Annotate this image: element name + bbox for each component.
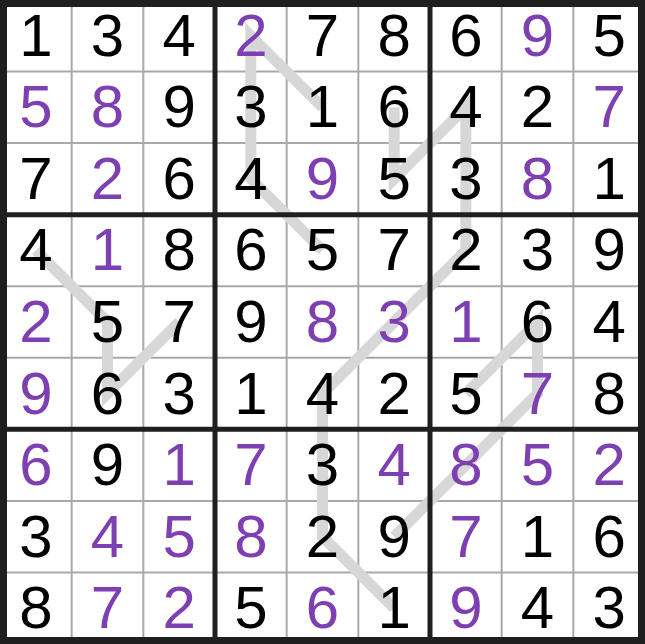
- cell-r7c2[interactable]: 9: [72, 429, 144, 501]
- cell-r8c5[interactable]: 2: [287, 501, 359, 573]
- cell-r4c2[interactable]: 1: [72, 215, 144, 287]
- cell-r4c6[interactable]: 7: [358, 215, 430, 287]
- cell-r4c3[interactable]: 8: [143, 215, 215, 287]
- cell-r8c7[interactable]: 7: [430, 501, 502, 573]
- cell-r2c7[interactable]: 4: [430, 72, 502, 144]
- cell-r2c3[interactable]: 9: [143, 72, 215, 144]
- cell-r6c7[interactable]: 5: [430, 358, 502, 430]
- cell-r8c1[interactable]: 3: [0, 501, 72, 573]
- cell-r3c9[interactable]: 1: [573, 143, 645, 215]
- cell-r3c4[interactable]: 4: [215, 143, 287, 215]
- cell-r7c9[interactable]: 2: [573, 429, 645, 501]
- cell-r3c2[interactable]: 2: [72, 143, 144, 215]
- cell-r4c9[interactable]: 9: [573, 215, 645, 287]
- cell-r7c1[interactable]: 6: [0, 429, 72, 501]
- cell-r1c2[interactable]: 3: [72, 0, 144, 72]
- cell-r4c4[interactable]: 6: [215, 215, 287, 287]
- cell-r2c9[interactable]: 7: [573, 72, 645, 144]
- cell-r1c3[interactable]: 4: [143, 0, 215, 72]
- sudoku-cells-grid: 1342786955893164277264953814186572392579…: [0, 0, 645, 644]
- cell-r6c4[interactable]: 1: [215, 358, 287, 430]
- cell-r5c8[interactable]: 6: [502, 286, 574, 358]
- cell-r1c1[interactable]: 1: [0, 0, 72, 72]
- cell-r3c1[interactable]: 7: [0, 143, 72, 215]
- cell-r9c3[interactable]: 2: [143, 572, 215, 644]
- cell-r5c3[interactable]: 7: [143, 286, 215, 358]
- cell-r5c6[interactable]: 3: [358, 286, 430, 358]
- cell-r7c5[interactable]: 3: [287, 429, 359, 501]
- cell-r5c2[interactable]: 5: [72, 286, 144, 358]
- cell-r3c8[interactable]: 8: [502, 143, 574, 215]
- cell-r5c7[interactable]: 1: [430, 286, 502, 358]
- cell-r6c3[interactable]: 3: [143, 358, 215, 430]
- cell-r7c6[interactable]: 4: [358, 429, 430, 501]
- cell-r7c3[interactable]: 1: [143, 429, 215, 501]
- cell-r5c1[interactable]: 2: [0, 286, 72, 358]
- cell-r2c8[interactable]: 2: [502, 72, 574, 144]
- cell-r1c8[interactable]: 9: [502, 0, 574, 72]
- cell-r9c1[interactable]: 8: [0, 572, 72, 644]
- cell-r2c2[interactable]: 8: [72, 72, 144, 144]
- cell-r9c5[interactable]: 6: [287, 572, 359, 644]
- cell-r5c5[interactable]: 8: [287, 286, 359, 358]
- cell-r8c9[interactable]: 6: [573, 501, 645, 573]
- cell-r8c8[interactable]: 1: [502, 501, 574, 573]
- cell-r1c9[interactable]: 5: [573, 0, 645, 72]
- cell-r7c7[interactable]: 8: [430, 429, 502, 501]
- cell-r3c7[interactable]: 3: [430, 143, 502, 215]
- cell-r2c6[interactable]: 6: [358, 72, 430, 144]
- cell-r1c6[interactable]: 8: [358, 0, 430, 72]
- cell-r2c1[interactable]: 5: [0, 72, 72, 144]
- cell-r3c5[interactable]: 9: [287, 143, 359, 215]
- cell-r4c1[interactable]: 4: [0, 215, 72, 287]
- cell-r6c9[interactable]: 8: [573, 358, 645, 430]
- cell-r4c7[interactable]: 2: [430, 215, 502, 287]
- cell-r9c2[interactable]: 7: [72, 572, 144, 644]
- cell-r1c7[interactable]: 6: [430, 0, 502, 72]
- cell-r9c8[interactable]: 4: [502, 572, 574, 644]
- cell-r1c5[interactable]: 7: [287, 0, 359, 72]
- cell-r9c9[interactable]: 3: [573, 572, 645, 644]
- cell-r6c1[interactable]: 9: [0, 358, 72, 430]
- sudoku-board: 1342786955893164277264953814186572392579…: [0, 0, 645, 644]
- cell-r6c2[interactable]: 6: [72, 358, 144, 430]
- cell-r5c4[interactable]: 9: [215, 286, 287, 358]
- cell-r8c6[interactable]: 9: [358, 501, 430, 573]
- cell-r5c9[interactable]: 4: [573, 286, 645, 358]
- cell-r6c5[interactable]: 4: [287, 358, 359, 430]
- cell-r8c2[interactable]: 4: [72, 501, 144, 573]
- cell-r2c4[interactable]: 3: [215, 72, 287, 144]
- cell-r9c4[interactable]: 5: [215, 572, 287, 644]
- cell-r3c3[interactable]: 6: [143, 143, 215, 215]
- cell-r4c5[interactable]: 5: [287, 215, 359, 287]
- cell-r3c6[interactable]: 5: [358, 143, 430, 215]
- cell-r7c8[interactable]: 5: [502, 429, 574, 501]
- cell-r4c8[interactable]: 3: [502, 215, 574, 287]
- cell-r6c8[interactable]: 7: [502, 358, 574, 430]
- cell-r2c5[interactable]: 1: [287, 72, 359, 144]
- cell-r1c4[interactable]: 2: [215, 0, 287, 72]
- cell-r9c7[interactable]: 9: [430, 572, 502, 644]
- cell-r9c6[interactable]: 1: [358, 572, 430, 644]
- cell-r8c4[interactable]: 8: [215, 501, 287, 573]
- cell-r6c6[interactable]: 2: [358, 358, 430, 430]
- cell-r8c3[interactable]: 5: [143, 501, 215, 573]
- cell-r7c4[interactable]: 7: [215, 429, 287, 501]
